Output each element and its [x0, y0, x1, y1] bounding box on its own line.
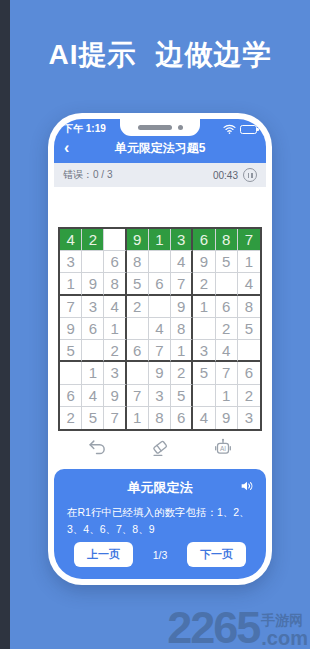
cell-r5c4[interactable]: [127, 318, 149, 340]
watermark-site: 手游网: [261, 613, 303, 627]
cell-r5c7[interactable]: [193, 318, 215, 340]
cell-r1c7[interactable]: 6: [193, 229, 215, 251]
cell-r7c8[interactable]: 7: [216, 362, 238, 384]
cell-r7c5[interactable]: 9: [149, 362, 171, 384]
speaker-pill: [138, 125, 172, 130]
cell-r2c7[interactable]: 9: [193, 251, 215, 273]
cell-r7c6[interactable]: 2: [171, 362, 193, 384]
cell-r5c8[interactable]: 2: [216, 318, 238, 340]
cell-r7c9[interactable]: 6: [238, 362, 260, 384]
cell-r8c8[interactable]: 1: [216, 385, 238, 407]
cell-r7c1[interactable]: [60, 362, 82, 384]
cell-r6c8[interactable]: 4: [216, 340, 238, 362]
cell-r2c1[interactable]: 3: [60, 251, 82, 273]
cell-r8c4[interactable]: 7: [127, 385, 149, 407]
cell-r9c2[interactable]: 5: [82, 407, 104, 429]
battery-icon: [240, 125, 257, 134]
cell-r4c8[interactable]: 6: [216, 296, 238, 318]
cell-r3c6[interactable]: 7: [171, 273, 193, 295]
cell-r3c7[interactable]: 2: [193, 273, 215, 295]
camera-dot: [178, 125, 183, 130]
cell-r6c2[interactable]: [82, 340, 104, 362]
phone-screen: 下午 1:19 ‹ 单元限定法习题5 错误：: [54, 119, 266, 579]
cell-r1c2[interactable]: 2: [82, 229, 104, 251]
errors-counter: 错误：0 / 3: [63, 168, 112, 182]
cell-r2c6[interactable]: 4: [171, 251, 193, 273]
cell-r2c4[interactable]: 8: [127, 251, 149, 273]
cell-r5c2[interactable]: 6: [82, 318, 104, 340]
cell-r5c6[interactable]: 8: [171, 318, 193, 340]
cell-r3c5[interactable]: 6: [149, 273, 171, 295]
cell-r9c7[interactable]: 4: [193, 407, 215, 429]
svg-text:AI: AI: [220, 445, 226, 452]
cell-r6c4[interactable]: 6: [127, 340, 149, 362]
cell-r7c2[interactable]: 1: [82, 362, 104, 384]
cell-r7c4[interactable]: [127, 362, 149, 384]
cell-r3c8[interactable]: [216, 273, 238, 295]
cell-r5c1[interactable]: 9: [60, 318, 82, 340]
cell-r4c3[interactable]: 4: [104, 296, 126, 318]
watermark: 2265 手游网 .com: [167, 607, 308, 648]
page-indicator: 1/3: [153, 549, 168, 561]
board-area: 4291368736849511985672473429168961482552…: [54, 187, 266, 469]
phone-notch: [120, 119, 200, 136]
cell-r9c3[interactable]: 7: [104, 407, 126, 429]
hint-text: 在R1行中已经填入的数字包括：1、2、3、4、6、7、8、9: [54, 497, 266, 538]
cell-r3c3[interactable]: 8: [104, 273, 126, 295]
cell-r5c3[interactable]: 1: [104, 318, 126, 340]
cell-r1c4[interactable]: 9: [127, 229, 149, 251]
cell-r1c6[interactable]: 3: [171, 229, 193, 251]
cell-r9c8[interactable]: 9: [216, 407, 238, 429]
info-bar: 错误：0 / 3 00:43: [54, 163, 266, 187]
next-page-button[interactable]: 下一页: [187, 542, 246, 567]
cell-r8c1[interactable]: 6: [60, 385, 82, 407]
cell-r8c9[interactable]: 2: [238, 385, 260, 407]
cell-r8c7[interactable]: [193, 385, 215, 407]
cell-r8c2[interactable]: 4: [82, 385, 104, 407]
sudoku-board: 4291368736849511985672473429168961482552…: [58, 227, 262, 431]
cell-r1c5[interactable]: 1: [149, 229, 171, 251]
cell-r3c1[interactable]: 1: [60, 273, 82, 295]
cell-r3c4[interactable]: 5: [127, 273, 149, 295]
undo-icon[interactable]: [86, 437, 108, 459]
cell-r8c6[interactable]: 5: [171, 385, 193, 407]
cell-r2c3[interactable]: 6: [104, 251, 126, 273]
back-button[interactable]: ‹: [64, 138, 69, 158]
cell-r2c2[interactable]: [82, 251, 104, 273]
cell-r9c9[interactable]: 3: [238, 407, 260, 429]
cell-r5c9[interactable]: 5: [238, 318, 260, 340]
cell-r1c1[interactable]: 4: [60, 229, 82, 251]
hint-panel: 单元限定法 在R1行中已经填入的数字包括：1、2、3、4、6、7、8、9 上一页…: [54, 469, 266, 579]
cell-r4c2[interactable]: 3: [82, 296, 104, 318]
eraser-icon[interactable]: [149, 437, 171, 459]
cell-r2c8[interactable]: 5: [216, 251, 238, 273]
cell-r3c9[interactable]: 4: [238, 273, 260, 295]
timer: 00:43: [213, 170, 238, 181]
cell-r6c7[interactable]: 3: [193, 340, 215, 362]
cell-r9c1[interactable]: 2: [60, 407, 82, 429]
cell-r4c4[interactable]: 2: [127, 296, 149, 318]
banner-title: AI提示 边做边学: [10, 36, 310, 74]
watermark-number: 2265: [167, 607, 259, 648]
cell-r1c3[interactable]: [104, 229, 126, 251]
hint-panel-title: 单元限定法: [128, 480, 193, 495]
cell-r7c7[interactable]: 5: [193, 362, 215, 384]
cell-r6c6[interactable]: 1: [171, 340, 193, 362]
cell-r6c5[interactable]: 7: [149, 340, 171, 362]
prev-page-button[interactable]: 上一页: [74, 542, 133, 567]
ai-hint-icon[interactable]: AI: [212, 437, 234, 459]
speaker-icon[interactable]: [239, 478, 255, 494]
cell-r3c2[interactable]: 9: [82, 273, 104, 295]
cell-r6c1[interactable]: 5: [60, 340, 82, 362]
cell-r4c9[interactable]: 8: [238, 296, 260, 318]
cell-r7c3[interactable]: 3: [104, 362, 126, 384]
watermark-suffix: .com: [261, 628, 308, 648]
status-time: 下午 1:19: [63, 122, 106, 136]
nav-bar: ‹ 单元限定法习题5: [54, 136, 266, 163]
pause-button[interactable]: [243, 168, 257, 182]
cell-r9c6[interactable]: 6: [171, 407, 193, 429]
cell-r6c9[interactable]: [238, 340, 260, 362]
toolbar: AI: [54, 431, 266, 465]
cell-r4c7[interactable]: 1: [193, 296, 215, 318]
cell-r6c3[interactable]: 2: [104, 340, 126, 362]
cell-r2c5[interactable]: [149, 251, 171, 273]
promo-screenshot: AI提示 边做边学 下午 1:19: [10, 0, 310, 649]
cell-r8c5[interactable]: 3: [149, 385, 171, 407]
cell-r9c5[interactable]: 8: [149, 407, 171, 429]
cell-r4c1[interactable]: 7: [60, 296, 82, 318]
cell-r4c5[interactable]: [149, 296, 171, 318]
cell-r1c8[interactable]: 8: [216, 229, 238, 251]
nav-title: 单元限定法习题5: [54, 136, 266, 160]
cell-r1c9[interactable]: 7: [238, 229, 260, 251]
cell-r4c6[interactable]: 9: [171, 296, 193, 318]
cell-r2c9[interactable]: 1: [238, 251, 260, 273]
cell-r8c3[interactable]: 9: [104, 385, 126, 407]
cell-r5c5[interactable]: 4: [149, 318, 171, 340]
phone-mockup: 下午 1:19 ‹ 单元限定法习题5 错误：: [48, 113, 272, 585]
cell-r9c4[interactable]: 1: [127, 407, 149, 429]
